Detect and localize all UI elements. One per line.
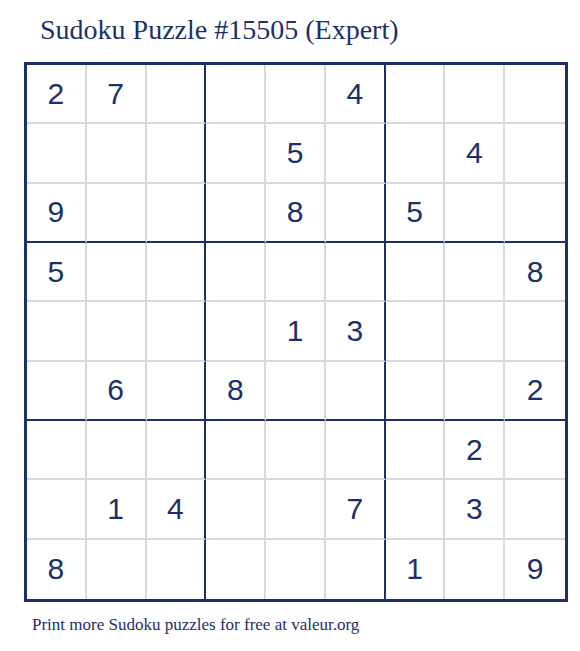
cell-r2c6[interactable] xyxy=(326,124,386,183)
cell-r6c5[interactable] xyxy=(266,362,326,421)
cell-r9c3[interactable] xyxy=(147,540,207,599)
sudoku-page: Sudoku Puzzle #15505 (Expert) 2745498558… xyxy=(0,0,580,651)
cell-r1c9[interactable] xyxy=(505,65,565,124)
cell-r7c6[interactable] xyxy=(326,421,386,480)
cell-r9c2[interactable] xyxy=(87,540,147,599)
cell-r4c7[interactable] xyxy=(386,243,446,302)
cell-r4c1[interactable]: 5 xyxy=(27,243,87,302)
cell-r7c3[interactable] xyxy=(147,421,207,480)
cell-r1c8[interactable] xyxy=(445,65,505,124)
cell-r3c5[interactable]: 8 xyxy=(266,184,326,243)
cell-r5c9[interactable] xyxy=(505,302,565,361)
cell-r2c8[interactable]: 4 xyxy=(445,124,505,183)
cell-r3c7[interactable]: 5 xyxy=(386,184,446,243)
cell-r6c2[interactable]: 6 xyxy=(87,362,147,421)
cell-r6c4[interactable]: 8 xyxy=(206,362,266,421)
cell-r9c1[interactable]: 8 xyxy=(27,540,87,599)
cell-r5c4[interactable] xyxy=(206,302,266,361)
cell-r5c6[interactable]: 3 xyxy=(326,302,386,361)
cell-r5c5[interactable]: 1 xyxy=(266,302,326,361)
cell-r8c7[interactable] xyxy=(386,480,446,539)
cell-r4c2[interactable] xyxy=(87,243,147,302)
cell-r8c5[interactable] xyxy=(266,480,326,539)
cell-r1c5[interactable] xyxy=(266,65,326,124)
cell-r9c6[interactable] xyxy=(326,540,386,599)
cell-r3c6[interactable] xyxy=(326,184,386,243)
cell-r5c1[interactable] xyxy=(27,302,87,361)
cell-r9c4[interactable] xyxy=(206,540,266,599)
cell-r4c4[interactable] xyxy=(206,243,266,302)
cell-r6c7[interactable] xyxy=(386,362,446,421)
cell-r9c8[interactable] xyxy=(445,540,505,599)
cell-r9c9[interactable]: 9 xyxy=(505,540,565,599)
footer-text: Print more Sudoku puzzles for free at va… xyxy=(32,615,359,635)
cell-r3c3[interactable] xyxy=(147,184,207,243)
cell-r8c6[interactable]: 7 xyxy=(326,480,386,539)
cell-r2c4[interactable] xyxy=(206,124,266,183)
cell-r3c9[interactable] xyxy=(505,184,565,243)
cell-r7c7[interactable] xyxy=(386,421,446,480)
cell-r8c9[interactable] xyxy=(505,480,565,539)
cell-r6c8[interactable] xyxy=(445,362,505,421)
cell-r6c3[interactable] xyxy=(147,362,207,421)
cell-r8c3[interactable]: 4 xyxy=(147,480,207,539)
cell-r3c1[interactable]: 9 xyxy=(27,184,87,243)
cell-r4c9[interactable]: 8 xyxy=(505,243,565,302)
cell-r4c8[interactable] xyxy=(445,243,505,302)
cell-r1c3[interactable] xyxy=(147,65,207,124)
cell-r3c4[interactable] xyxy=(206,184,266,243)
cell-r1c6[interactable]: 4 xyxy=(326,65,386,124)
cell-r8c1[interactable] xyxy=(27,480,87,539)
cell-r2c2[interactable] xyxy=(87,124,147,183)
cell-r5c8[interactable] xyxy=(445,302,505,361)
sudoku-grid: 27454985581368221473819 xyxy=(24,62,568,602)
cell-r6c9[interactable]: 2 xyxy=(505,362,565,421)
cell-r7c5[interactable] xyxy=(266,421,326,480)
cell-r5c7[interactable] xyxy=(386,302,446,361)
cell-r6c6[interactable] xyxy=(326,362,386,421)
cell-r8c2[interactable]: 1 xyxy=(87,480,147,539)
page-title: Sudoku Puzzle #15505 (Expert) xyxy=(40,14,399,46)
cell-r5c2[interactable] xyxy=(87,302,147,361)
cell-r1c1[interactable]: 2 xyxy=(27,65,87,124)
cell-r9c7[interactable]: 1 xyxy=(386,540,446,599)
cell-r2c3[interactable] xyxy=(147,124,207,183)
cell-r7c1[interactable] xyxy=(27,421,87,480)
cell-r7c4[interactable] xyxy=(206,421,266,480)
cell-r1c7[interactable] xyxy=(386,65,446,124)
cell-r2c9[interactable] xyxy=(505,124,565,183)
cell-r1c4[interactable] xyxy=(206,65,266,124)
cell-r2c7[interactable] xyxy=(386,124,446,183)
cell-r1c2[interactable]: 7 xyxy=(87,65,147,124)
cell-r9c5[interactable] xyxy=(266,540,326,599)
cell-r4c3[interactable] xyxy=(147,243,207,302)
cell-r6c1[interactable] xyxy=(27,362,87,421)
cell-r4c5[interactable] xyxy=(266,243,326,302)
cell-r7c8[interactable]: 2 xyxy=(445,421,505,480)
cell-r8c4[interactable] xyxy=(206,480,266,539)
cell-r2c5[interactable]: 5 xyxy=(266,124,326,183)
cell-r4c6[interactable] xyxy=(326,243,386,302)
cell-r3c8[interactable] xyxy=(445,184,505,243)
cell-r7c2[interactable] xyxy=(87,421,147,480)
cell-r5c3[interactable] xyxy=(147,302,207,361)
cell-r7c9[interactable] xyxy=(505,421,565,480)
cell-r8c8[interactable]: 3 xyxy=(445,480,505,539)
cell-r3c2[interactable] xyxy=(87,184,147,243)
cell-r2c1[interactable] xyxy=(27,124,87,183)
